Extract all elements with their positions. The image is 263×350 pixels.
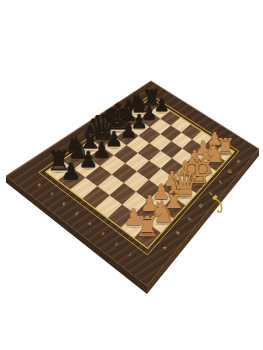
chess-board: ABCDEFGH12345678 [0,0,263,350]
chess-set-photo: ABCDEFGH12345678 ♜♟♞♟♝♟♚♟♛♟♟♝♜♟♟♞♞♟♟♜♝♟♟… [0,0,263,350]
